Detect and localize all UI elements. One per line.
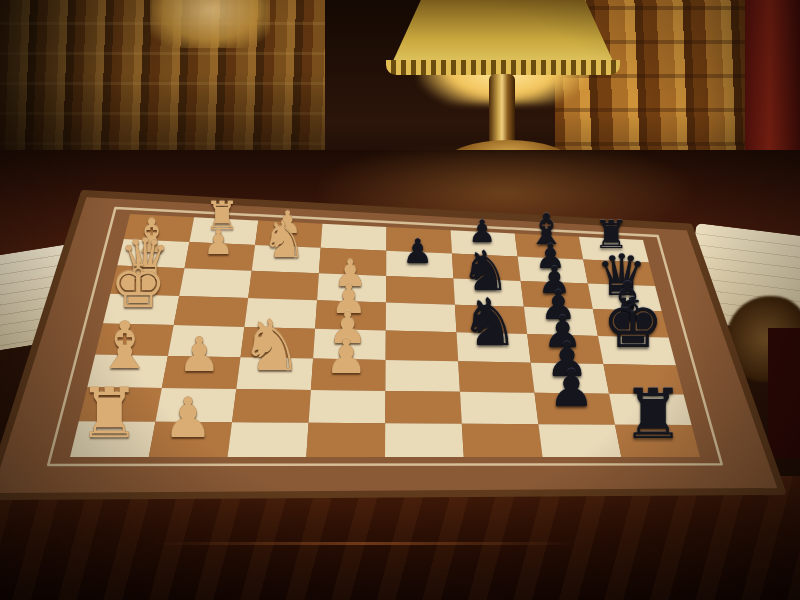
piece-black-king-e8[interactable]: ♚	[602, 290, 663, 358]
piece-black-rook-h8[interactable]: ♜	[623, 380, 685, 449]
piece-black-pawn-b5[interactable]: ♟	[403, 235, 433, 269]
piece-white-pawn-f2[interactable]: ♟	[178, 331, 221, 378]
photo-scene: ♜♟♟♝♜♝♟♞♟♟♛♟♞♟♛♚♟♟♝♟♞♟♚♝♟♞♟♟♟♜♟♜	[0, 0, 800, 600]
piece-white-pawn-b2[interactable]: ♟	[203, 226, 233, 260]
piece-white-pawn-f4[interactable]: ♟	[325, 333, 368, 380]
piece-white-rook-h1[interactable]: ♜	[79, 379, 141, 448]
piece-white-bishop-f1[interactable]: ♝	[96, 314, 154, 379]
piece-black-knight-e6[interactable]: ♞	[461, 290, 519, 355]
pieces-layer: ♜♟♟♝♜♝♟♞♟♟♛♟♞♟♛♚♟♟♝♟♞♟♚♝♟♞♟♟♟♜♟♜	[0, 0, 800, 600]
piece-white-knight-b3[interactable]: ♞	[261, 215, 306, 265]
piece-white-pawn-h2[interactable]: ♟	[163, 391, 213, 446]
piece-white-knight-f3[interactable]: ♞	[240, 311, 303, 382]
piece-black-pawn-g7[interactable]: ♟	[549, 363, 595, 414]
